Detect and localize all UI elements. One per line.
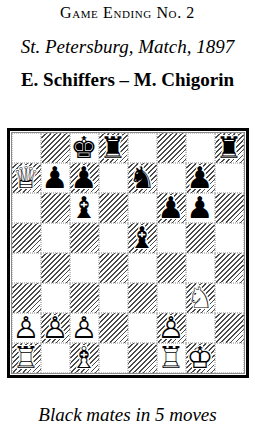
square-e8 [128,133,157,163]
square-h3 [215,283,244,313]
square-f7 [157,163,186,193]
square-g7: ♟ [186,163,215,193]
square-d6 [99,193,128,223]
square-h2 [215,313,244,343]
square-e7: ♞ [128,163,157,193]
piece-white-pawn: ♟♙ [70,313,99,343]
players-line: E. Schiffers – M. Chigorin [0,69,255,91]
piece-white-bishop: ♝♗ [70,343,99,373]
piece-white-queen: ♛♕ [12,163,41,193]
square-d8: ♜ [99,133,128,163]
square-f4 [157,253,186,283]
square-c5 [70,223,99,253]
square-f3 [157,283,186,313]
square-h1 [215,343,244,373]
square-h7 [215,163,244,193]
square-b6 [41,193,70,223]
square-c6: ♝ [70,193,99,223]
piece-black-rook: ♜ [99,133,128,163]
piece-white-pawn: ♟♙ [12,313,41,343]
piece-black-pawn: ♟ [186,193,215,223]
square-f2: ♟♙ [157,313,186,343]
square-a2: ♟♙ [12,313,41,343]
piece-white-king: ♚♔ [186,343,215,373]
square-g2 [186,313,215,343]
square-b7: ♟ [41,163,70,193]
square-e3 [128,283,157,313]
square-b2: ♟♙ [41,313,70,343]
square-e6 [128,193,157,223]
square-f6: ♟ [157,193,186,223]
square-g1: ♚♔ [186,343,215,373]
square-a7: ♛♕ [12,163,41,193]
square-a6 [12,193,41,223]
square-h6 [215,193,244,223]
square-d2 [99,313,128,343]
square-f8 [157,133,186,163]
piece-black-pawn: ♟ [186,163,215,193]
square-e4 [128,253,157,283]
piece-black-bishop: ♝ [128,223,157,253]
square-c8: ♚ [70,133,99,163]
chess-board-frame: ♚♜♜♛♕♟♟♞♟♝♟♟♝♞♘♟♙♟♙♟♙♟♙♜♖♝♗♜♖♚♔ [7,128,249,378]
chess-board-inner-border: ♚♜♜♛♕♟♟♞♟♝♟♟♝♞♘♟♙♟♙♟♙♟♙♜♖♝♗♜♖♚♔ [11,132,245,374]
square-d4 [99,253,128,283]
caption: Black mates in 5 moves [0,404,255,426]
piece-black-rook: ♜ [215,133,244,163]
square-c2: ♟♙ [70,313,99,343]
square-g4 [186,253,215,283]
square-h4 [215,253,244,283]
chess-board-grid: ♚♜♜♛♕♟♟♞♟♝♟♟♝♞♘♟♙♟♙♟♙♟♙♜♖♝♗♜♖♚♔ [12,133,244,373]
square-f5 [157,223,186,253]
piece-white-rook: ♜♖ [12,343,41,373]
square-c1: ♝♗ [70,343,99,373]
square-h8: ♜ [215,133,244,163]
square-a8 [12,133,41,163]
piece-black-bishop: ♝ [70,193,99,223]
piece-black-king: ♚ [70,133,99,163]
piece-black-knight: ♞ [128,163,157,193]
square-d1 [99,343,128,373]
square-e1 [128,343,157,373]
square-d5 [99,223,128,253]
piece-white-pawn: ♟♙ [41,313,70,343]
square-g8 [186,133,215,163]
piece-black-pawn: ♟ [157,193,186,223]
event-line: St. Petersburg, Match, 1897 [0,36,255,58]
square-e2 [128,313,157,343]
square-c4 [70,253,99,283]
piece-black-pawn: ♟ [70,163,99,193]
diagram-page: Game Ending No. 2 St. Petersburg, Match,… [0,0,255,429]
square-c3 [70,283,99,313]
piece-white-pawn: ♟♙ [157,313,186,343]
square-a3 [12,283,41,313]
square-h5 [215,223,244,253]
square-a4 [12,253,41,283]
square-b1 [41,343,70,373]
square-g6: ♟ [186,193,215,223]
square-b3 [41,283,70,313]
square-a5 [12,223,41,253]
square-f1: ♜♖ [157,343,186,373]
square-c7: ♟ [70,163,99,193]
square-b5 [41,223,70,253]
piece-black-pawn: ♟ [41,163,70,193]
piece-white-knight: ♞♘ [186,283,215,313]
page-title: Game Ending No. 2 [0,0,255,23]
piece-white-rook: ♜♖ [157,343,186,373]
square-b4 [41,253,70,283]
square-d3 [99,283,128,313]
square-g5 [186,223,215,253]
square-g3: ♞♘ [186,283,215,313]
square-a1: ♜♖ [12,343,41,373]
square-d7 [99,163,128,193]
square-b8 [41,133,70,163]
square-e5: ♝ [128,223,157,253]
